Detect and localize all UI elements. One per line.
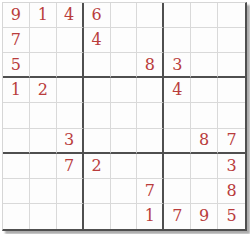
cell-r8c6: 7 — [137, 179, 164, 204]
cell-r3c1: 5 — [3, 53, 30, 78]
cell-r6c1[interactable] — [3, 129, 30, 154]
cell-r2c5[interactable] — [111, 28, 138, 53]
cell-r2c6[interactable] — [137, 28, 164, 53]
cell-r2c3[interactable] — [57, 28, 84, 53]
cell-r2c8[interactable] — [191, 28, 218, 53]
cell-r8c4[interactable] — [84, 179, 111, 204]
cell-r8c3[interactable] — [57, 179, 84, 204]
cell-r7c1[interactable] — [3, 154, 30, 179]
cell-r6c5[interactable] — [111, 129, 138, 154]
cell-r3c9[interactable] — [218, 53, 245, 78]
cell-r4c2: 2 — [30, 78, 57, 103]
cell-r5c4[interactable] — [84, 103, 111, 128]
cell-r3c5[interactable] — [111, 53, 138, 78]
cell-r9c5[interactable] — [111, 204, 138, 229]
cell-r6c6[interactable] — [137, 129, 164, 154]
cell-r9c7: 7 — [164, 204, 191, 229]
cell-r5c5[interactable] — [111, 103, 138, 128]
cell-r4c1: 1 — [3, 78, 30, 103]
cell-r1c6[interactable] — [137, 3, 164, 28]
cell-r3c2[interactable] — [30, 53, 57, 78]
cell-r9c1[interactable] — [3, 204, 30, 229]
cell-r7c3: 7 — [57, 154, 84, 179]
cell-r9c6: 1 — [137, 204, 164, 229]
cell-r3c8[interactable] — [191, 53, 218, 78]
cell-r8c2[interactable] — [30, 179, 57, 204]
cell-r8c9: 8 — [218, 179, 245, 204]
cell-r4c9[interactable] — [218, 78, 245, 103]
cell-r3c7: 3 — [164, 53, 191, 78]
cell-r9c4[interactable] — [84, 204, 111, 229]
cell-r7c5[interactable] — [111, 154, 138, 179]
cell-r9c3[interactable] — [57, 204, 84, 229]
cell-r1c7[interactable] — [164, 3, 191, 28]
cell-r8c1[interactable] — [3, 179, 30, 204]
cell-r7c2[interactable] — [30, 154, 57, 179]
sudoku-widget: 914674583124387723781795 — [0, 0, 250, 234]
cell-r4c6[interactable] — [137, 78, 164, 103]
cell-r9c8: 9 — [191, 204, 218, 229]
cell-r7c6[interactable] — [137, 154, 164, 179]
cell-r2c7[interactable] — [164, 28, 191, 53]
cell-r4c8[interactable] — [191, 78, 218, 103]
cell-r7c9: 3 — [218, 154, 245, 179]
cell-r1c3: 4 — [57, 3, 84, 28]
cell-r5c1[interactable] — [3, 103, 30, 128]
cell-r9c2[interactable] — [30, 204, 57, 229]
cell-r4c4[interactable] — [84, 78, 111, 103]
cell-r5c9[interactable] — [218, 103, 245, 128]
cell-r1c1: 9 — [3, 3, 30, 28]
cell-r3c3[interactable] — [57, 53, 84, 78]
cell-r3c6: 8 — [137, 53, 164, 78]
cell-r4c5[interactable] — [111, 78, 138, 103]
cell-r8c7[interactable] — [164, 179, 191, 204]
cell-r7c8[interactable] — [191, 154, 218, 179]
cell-r5c8[interactable] — [191, 103, 218, 128]
cell-r6c7[interactable] — [164, 129, 191, 154]
cell-r2c4: 4 — [84, 28, 111, 53]
cell-r2c1: 7 — [3, 28, 30, 53]
cell-r1c9[interactable] — [218, 3, 245, 28]
cell-r7c4: 2 — [84, 154, 111, 179]
cell-r6c8: 8 — [191, 129, 218, 154]
cell-r4c7: 4 — [164, 78, 191, 103]
cell-r5c7[interactable] — [164, 103, 191, 128]
cell-r5c6[interactable] — [137, 103, 164, 128]
cell-r4c3[interactable] — [57, 78, 84, 103]
cell-r5c3[interactable] — [57, 103, 84, 128]
cell-r6c9: 7 — [218, 129, 245, 154]
cell-r1c2: 1 — [30, 3, 57, 28]
cell-r3c4[interactable] — [84, 53, 111, 78]
cell-r6c4[interactable] — [84, 129, 111, 154]
cell-r2c2[interactable] — [30, 28, 57, 53]
cell-r8c8[interactable] — [191, 179, 218, 204]
cell-r2c9[interactable] — [218, 28, 245, 53]
sudoku-board: 914674583124387723781795 — [2, 2, 247, 231]
cell-r9c9: 5 — [218, 204, 245, 229]
cell-r8c5[interactable] — [111, 179, 138, 204]
cell-r6c2[interactable] — [30, 129, 57, 154]
cell-r6c3: 3 — [57, 129, 84, 154]
cell-r1c5[interactable] — [111, 3, 138, 28]
cell-r7c7[interactable] — [164, 154, 191, 179]
cell-r1c8[interactable] — [191, 3, 218, 28]
cell-r1c4: 6 — [84, 3, 111, 28]
cell-r5c2[interactable] — [30, 103, 57, 128]
